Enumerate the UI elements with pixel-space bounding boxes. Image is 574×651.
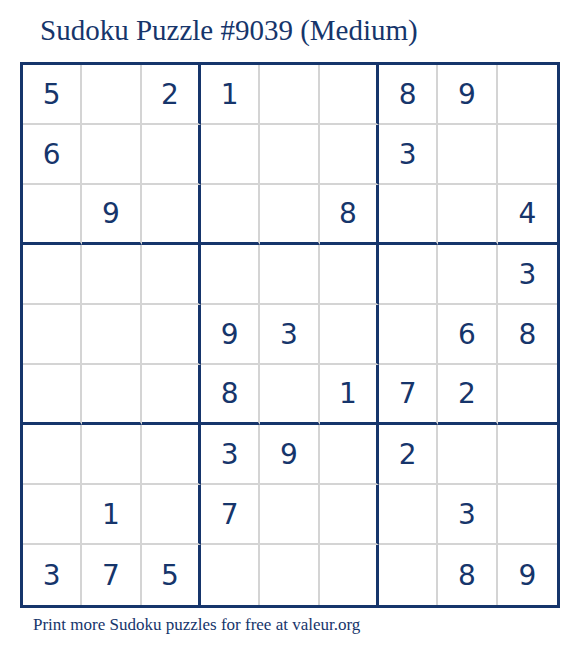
sudoku-cell-r1c4[interactable]: 1: [201, 65, 260, 125]
sudoku-cell-r8c5[interactable]: [260, 485, 319, 545]
sudoku-cell-r6c5[interactable]: [260, 365, 319, 425]
sudoku-cell-r9c8[interactable]: 8: [438, 545, 497, 605]
sudoku-cell-r8c3[interactable]: [142, 485, 201, 545]
sudoku-cell-r5c7[interactable]: [379, 305, 438, 365]
sudoku-cell-r7c7[interactable]: 2: [379, 425, 438, 485]
sudoku-cell-r8c4[interactable]: 7: [201, 485, 260, 545]
sudoku-cell-r5c9[interactable]: 8: [498, 305, 557, 365]
sudoku-cell-r4c6[interactable]: [320, 245, 379, 305]
sudoku-cell-r2c9[interactable]: [498, 125, 557, 185]
sudoku-cell-r3c1[interactable]: [23, 185, 82, 245]
sudoku-cell-r7c5[interactable]: 9: [260, 425, 319, 485]
sudoku-board: 521896398439368817239217337589: [20, 62, 560, 608]
sudoku-cell-r6c8[interactable]: 2: [438, 365, 497, 425]
sudoku-cell-r9c6[interactable]: [320, 545, 379, 605]
sudoku-cell-r2c6[interactable]: [320, 125, 379, 185]
sudoku-cell-r8c1[interactable]: [23, 485, 82, 545]
sudoku-cell-r6c4[interactable]: 8: [201, 365, 260, 425]
sudoku-cell-r4c4[interactable]: [201, 245, 260, 305]
sudoku-cell-r7c1[interactable]: [23, 425, 82, 485]
sudoku-cell-r6c1[interactable]: [23, 365, 82, 425]
sudoku-cell-r9c4[interactable]: [201, 545, 260, 605]
sudoku-cell-r1c3[interactable]: 2: [142, 65, 201, 125]
sudoku-cell-r1c8[interactable]: 9: [438, 65, 497, 125]
sudoku-cell-r4c2[interactable]: [82, 245, 141, 305]
page-title: Sudoku Puzzle #9039 (Medium): [40, 14, 418, 47]
sudoku-cell-r3c7[interactable]: [379, 185, 438, 245]
sudoku-cell-r3c4[interactable]: [201, 185, 260, 245]
sudoku-cell-r6c9[interactable]: [498, 365, 557, 425]
sudoku-cell-r5c8[interactable]: 6: [438, 305, 497, 365]
sudoku-cell-r5c6[interactable]: [320, 305, 379, 365]
sudoku-cell-r9c7[interactable]: [379, 545, 438, 605]
sudoku-cell-r4c8[interactable]: [438, 245, 497, 305]
footer-text: Print more Sudoku puzzles for free at va…: [33, 615, 360, 635]
sudoku-cell-r4c5[interactable]: [260, 245, 319, 305]
sudoku-cell-r7c4[interactable]: 3: [201, 425, 260, 485]
sudoku-cell-r4c3[interactable]: [142, 245, 201, 305]
sudoku-cell-r9c3[interactable]: 5: [142, 545, 201, 605]
sudoku-cell-r5c3[interactable]: [142, 305, 201, 365]
sudoku-cell-r6c2[interactable]: [82, 365, 141, 425]
sudoku-cell-r3c3[interactable]: [142, 185, 201, 245]
sudoku-cell-r2c1[interactable]: 6: [23, 125, 82, 185]
sudoku-cell-r5c1[interactable]: [23, 305, 82, 365]
sudoku-cell-r2c5[interactable]: [260, 125, 319, 185]
sudoku-cell-r9c2[interactable]: 7: [82, 545, 141, 605]
sudoku-cell-r4c1[interactable]: [23, 245, 82, 305]
sudoku-cell-r6c3[interactable]: [142, 365, 201, 425]
sudoku-cell-r8c8[interactable]: 3: [438, 485, 497, 545]
sudoku-cell-r9c5[interactable]: [260, 545, 319, 605]
sudoku-cell-r1c1[interactable]: 5: [23, 65, 82, 125]
sudoku-cell-r3c2[interactable]: 9: [82, 185, 141, 245]
sudoku-cell-r2c4[interactable]: [201, 125, 260, 185]
sudoku-cell-r5c5[interactable]: 3: [260, 305, 319, 365]
sudoku-cell-r3c8[interactable]: [438, 185, 497, 245]
sudoku-cell-r2c2[interactable]: [82, 125, 141, 185]
sudoku-cell-r7c9[interactable]: [498, 425, 557, 485]
sudoku-cell-r8c9[interactable]: [498, 485, 557, 545]
sudoku-cell-r9c9[interactable]: 9: [498, 545, 557, 605]
sudoku-cell-r8c6[interactable]: [320, 485, 379, 545]
sudoku-cell-r3c5[interactable]: [260, 185, 319, 245]
sudoku-cell-r6c6[interactable]: 1: [320, 365, 379, 425]
sudoku-cell-r7c8[interactable]: [438, 425, 497, 485]
sudoku-cell-r1c7[interactable]: 8: [379, 65, 438, 125]
sudoku-cell-r7c2[interactable]: [82, 425, 141, 485]
sudoku-cell-r4c9[interactable]: 3: [498, 245, 557, 305]
sudoku-cell-r8c7[interactable]: [379, 485, 438, 545]
sudoku-cell-r1c5[interactable]: [260, 65, 319, 125]
sudoku-cell-r5c4[interactable]: 9: [201, 305, 260, 365]
sudoku-cell-r5c2[interactable]: [82, 305, 141, 365]
sudoku-cell-r9c1[interactable]: 3: [23, 545, 82, 605]
sudoku-cell-r8c2[interactable]: 1: [82, 485, 141, 545]
sudoku-cell-r2c7[interactable]: 3: [379, 125, 438, 185]
sudoku-cell-r1c2[interactable]: [82, 65, 141, 125]
sudoku-cell-r7c6[interactable]: [320, 425, 379, 485]
sudoku-cell-r6c7[interactable]: 7: [379, 365, 438, 425]
sudoku-cell-r1c9[interactable]: [498, 65, 557, 125]
sudoku-cell-r3c9[interactable]: 4: [498, 185, 557, 245]
sudoku-cell-r3c6[interactable]: 8: [320, 185, 379, 245]
sudoku-cell-r2c3[interactable]: [142, 125, 201, 185]
sudoku-cell-r7c3[interactable]: [142, 425, 201, 485]
sudoku-cell-r1c6[interactable]: [320, 65, 379, 125]
sudoku-cell-r2c8[interactable]: [438, 125, 497, 185]
sudoku-cell-r4c7[interactable]: [379, 245, 438, 305]
